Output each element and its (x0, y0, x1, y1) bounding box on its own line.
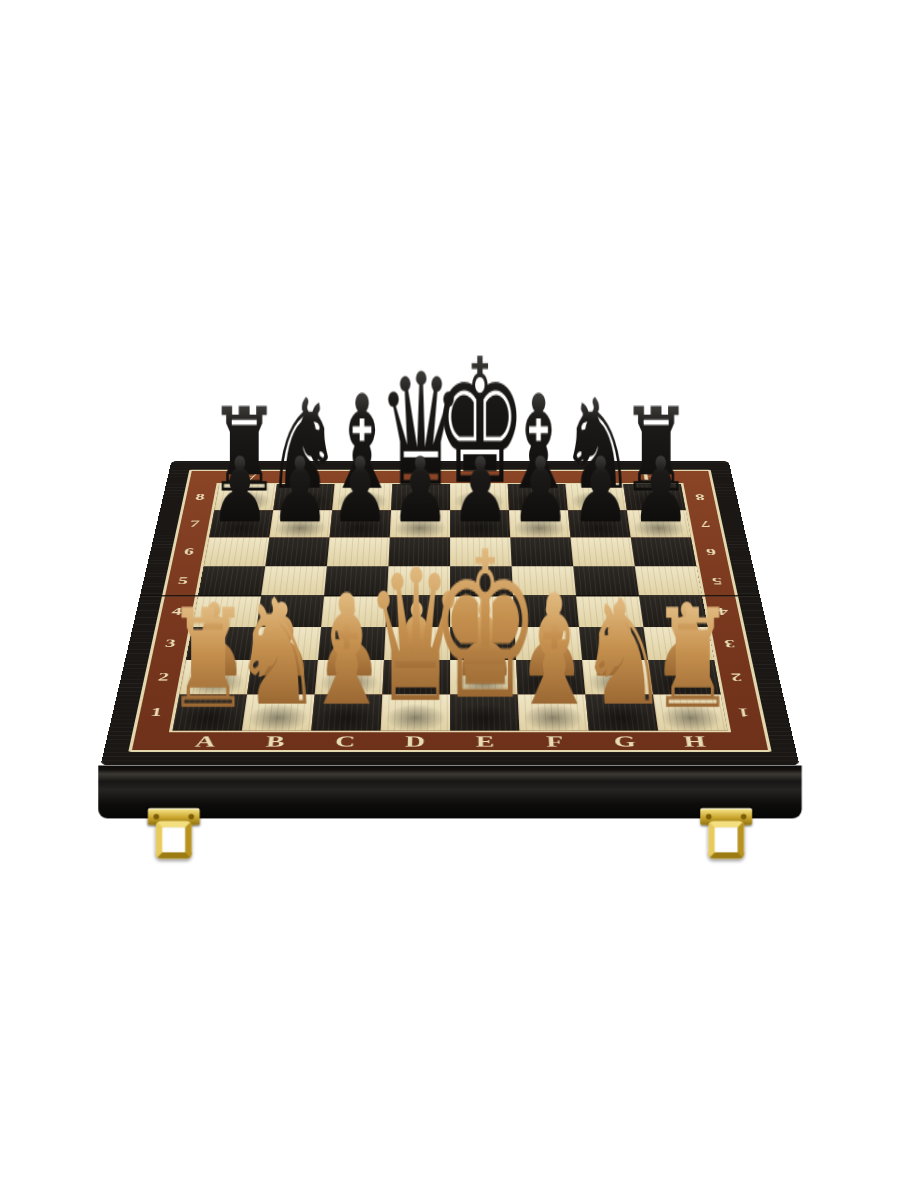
board-grid: ♜♞♝♛♚♝♞♜♟♟♟♟♟♟♟♟♟♟♟♟♟♟♟♟♜♞♝♛♚♝♞♜ (173, 484, 728, 730)
brass-clasp-right (701, 808, 753, 825)
piece-white-rook[interactable]: ♜ (650, 591, 735, 728)
box-front-face (98, 765, 801, 818)
piece-black-pawn[interactable]: ♟ (630, 445, 690, 535)
square-e1[interactable]: ♚ (450, 694, 519, 730)
square-b7[interactable]: ♟ (269, 510, 332, 537)
file-label-F: F (507, 471, 565, 483)
piece-black-pawn[interactable]: ♟ (210, 445, 270, 535)
file-label-A: A (219, 471, 278, 483)
square-a7[interactable]: ♟ (209, 510, 273, 537)
file-label-E: E (450, 471, 508, 483)
square-g1[interactable]: ♞ (585, 694, 658, 730)
piece-black-pawn[interactable]: ♟ (330, 445, 390, 535)
piece-black-pawn[interactable]: ♟ (270, 445, 330, 535)
square-h1[interactable]: ♜ (653, 694, 728, 730)
square-a6[interactable] (204, 538, 270, 567)
brass-clasp-left (147, 808, 199, 825)
file-label-H: H (621, 471, 680, 483)
rank-label-7: 7 (689, 510, 723, 537)
square-g7[interactable]: ♟ (568, 510, 631, 537)
square-h6[interactable] (631, 538, 697, 567)
board-top-surface: ♜♞♝♛♚♝♞♜♟♟♟♟♟♟♟♟♟♟♟♟♟♟♟♟♜♞♝♛♚♝♞♜ ABCDEFG… (101, 461, 800, 765)
rank-label-6: 6 (694, 538, 729, 567)
file-label-B: B (277, 471, 336, 483)
piece-black-pawn[interactable]: ♟ (570, 445, 630, 535)
file-labels-back: ABCDEFGH (219, 471, 680, 483)
rank-label-7: 7 (178, 510, 212, 537)
chess-set-scene: ♜♞♝♛♚♝♞♜♟♟♟♟♟♟♟♟♟♟♟♟♟♟♟♟♜♞♝♛♚♝♞♜ ABCDEFG… (140, 286, 760, 906)
playing-area: ♜♞♝♛♚♝♞♜♟♟♟♟♟♟♟♟♟♟♟♟♟♟♟♟♜♞♝♛♚♝♞♜ (169, 483, 731, 732)
file-label-C: C (335, 471, 393, 483)
rank-label-8: 8 (684, 484, 717, 510)
file-label-D: D (392, 471, 450, 483)
file-label-G: G (564, 471, 623, 483)
square-h7[interactable]: ♟ (627, 510, 691, 537)
rank-label-6: 6 (171, 538, 206, 567)
